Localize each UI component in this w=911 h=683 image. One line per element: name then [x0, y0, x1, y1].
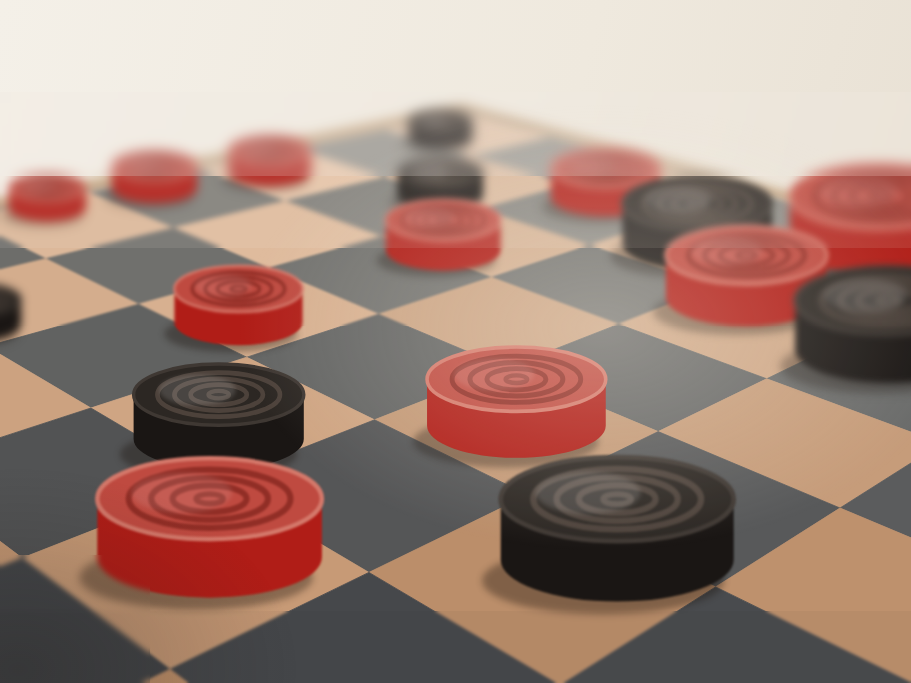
checkers-board — [0, 0, 911, 683]
piece-highlight — [403, 207, 455, 228]
checker-red-c4 — [164, 266, 302, 352]
checker-black-f3 — [482, 457, 734, 614]
checker-red-a5 — [105, 151, 197, 209]
piece-highlight — [817, 175, 898, 208]
checker-red-a4 — [2, 174, 86, 226]
piece-highlight — [454, 358, 534, 390]
piece-highlight — [690, 236, 763, 265]
piece-highlight — [241, 140, 278, 155]
piece-highlight — [125, 156, 163, 171]
piece-highlight — [159, 375, 236, 406]
piece-highlight — [823, 279, 907, 313]
piece-highlight — [567, 155, 617, 175]
piece-highlight — [131, 473, 232, 513]
piece-highlight — [194, 274, 252, 297]
checker-black-a8 — [403, 110, 472, 153]
piece-highlight — [536, 472, 641, 514]
checker-red-c6 — [377, 199, 501, 276]
checker-red-e4 — [413, 347, 606, 467]
piece-highlight — [418, 114, 447, 126]
checker-red-a6 — [222, 135, 311, 191]
photo-of-checkers-board — [0, 0, 911, 683]
piece-highlight — [410, 163, 449, 178]
checker-red-e2 — [79, 458, 322, 609]
piece-highlight — [645, 186, 712, 213]
piece-highlight — [20, 179, 55, 193]
